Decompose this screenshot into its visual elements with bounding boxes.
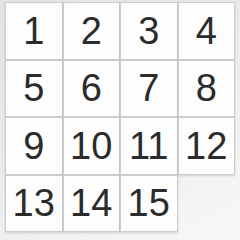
tile-11[interactable]: 11	[120, 117, 178, 175]
tile-14[interactable]: 14	[63, 175, 121, 233]
tile-1[interactable]: 1	[5, 2, 63, 60]
tile-5[interactable]: 5	[5, 60, 63, 118]
tile-13[interactable]: 13	[5, 175, 63, 233]
tile-3[interactable]: 3	[120, 2, 178, 60]
tile-7[interactable]: 7	[120, 60, 178, 118]
tile-10[interactable]: 10	[63, 117, 121, 175]
fifteen-puzzle-board: 1 2 3 4 5 6 7 8 9 10 11 12 13 14 15	[5, 2, 235, 232]
puzzle-screen: 1 2 3 4 5 6 7 8 9 10 11 12 13 14 15	[0, 0, 240, 240]
tile-12[interactable]: 12	[178, 117, 236, 175]
tile-2[interactable]: 2	[63, 2, 121, 60]
tile-9[interactable]: 9	[5, 117, 63, 175]
tile-6[interactable]: 6	[63, 60, 121, 118]
tile-4[interactable]: 4	[178, 2, 236, 60]
tile-15[interactable]: 15	[120, 175, 178, 233]
empty-cell	[178, 175, 236, 233]
tile-8[interactable]: 8	[178, 60, 236, 118]
